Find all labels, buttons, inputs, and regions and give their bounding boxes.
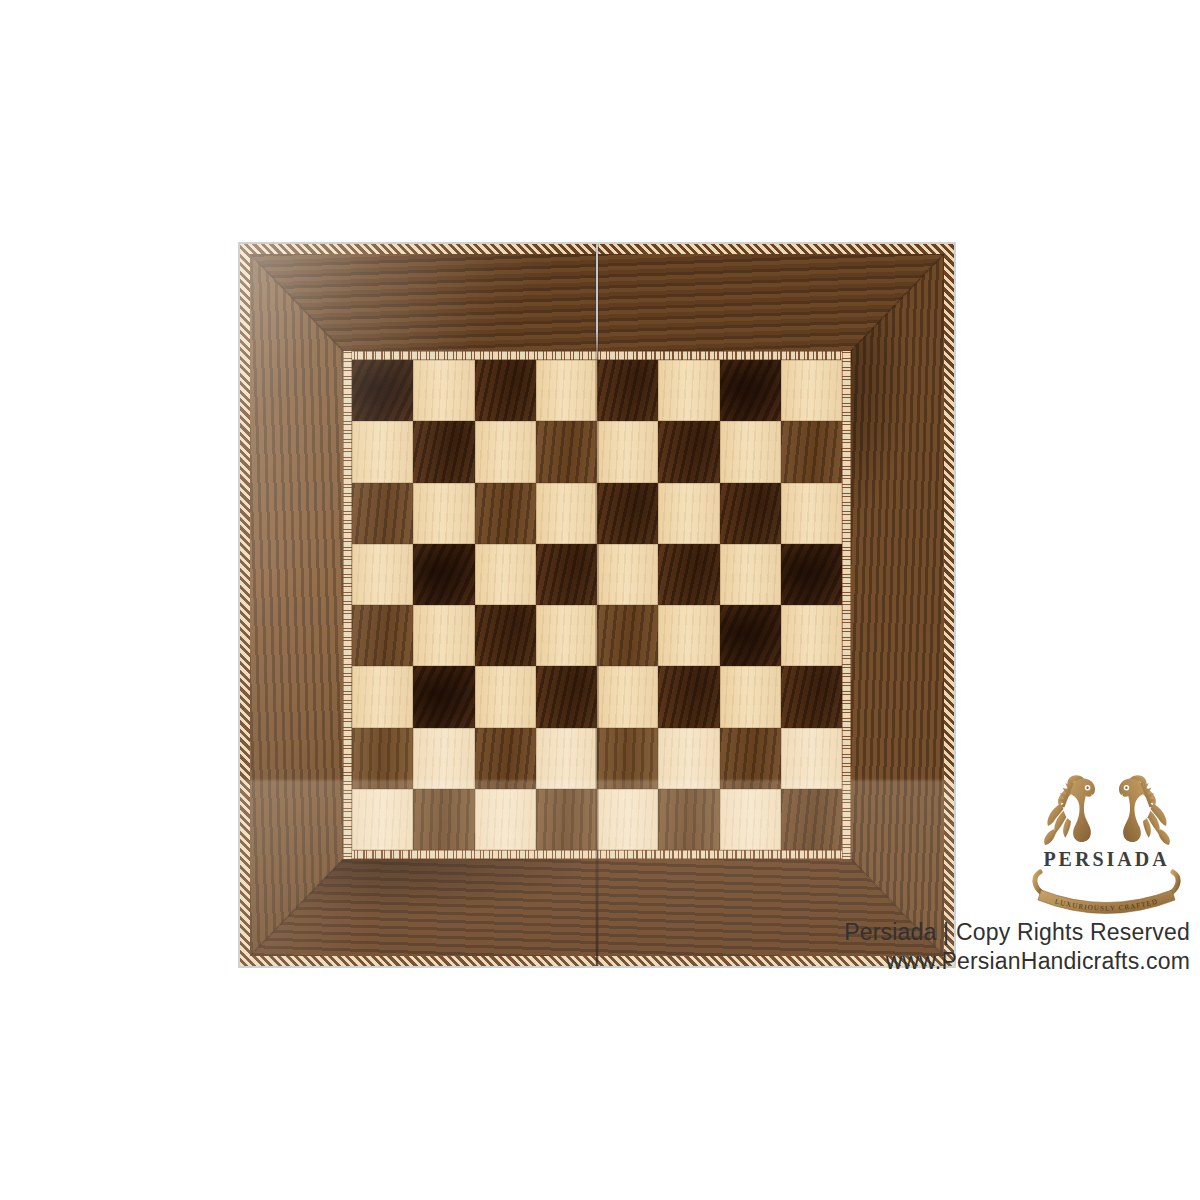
square-e8	[597, 360, 658, 421]
logo-ribbon: LUXURIOUSLY CRAFTED	[1028, 869, 1185, 919]
square-f6	[658, 483, 719, 544]
square-g7	[720, 421, 781, 482]
square-a5	[352, 544, 413, 605]
square-h7	[781, 421, 842, 482]
logo-title: PERSIADA	[1028, 848, 1185, 871]
double-griffin-icon	[1042, 772, 1172, 846]
square-b4	[413, 605, 474, 666]
square-b5	[413, 544, 474, 605]
square-e2	[597, 728, 658, 789]
square-f5	[658, 544, 719, 605]
square-d7	[536, 421, 597, 482]
square-g4	[720, 605, 781, 666]
square-e1	[597, 789, 658, 850]
square-d8	[536, 360, 597, 421]
square-d2	[536, 728, 597, 789]
square-c1	[475, 789, 536, 850]
square-g5	[720, 544, 781, 605]
chess-board	[240, 244, 954, 966]
square-g1	[720, 789, 781, 850]
square-f4	[658, 605, 719, 666]
square-h8	[781, 360, 842, 421]
product-photo: PERSIADA LUXURIOUSLY CRAFTED Persiada | …	[0, 0, 1200, 1200]
square-f1	[658, 789, 719, 850]
square-e3	[597, 666, 658, 727]
square-b3	[413, 666, 474, 727]
square-d6	[536, 483, 597, 544]
square-e4	[597, 605, 658, 666]
square-d3	[536, 666, 597, 727]
square-d5	[536, 544, 597, 605]
square-g6	[720, 483, 781, 544]
square-h6	[781, 483, 842, 544]
square-f8	[658, 360, 719, 421]
square-b1	[413, 789, 474, 850]
square-g8	[720, 360, 781, 421]
square-b2	[413, 728, 474, 789]
square-c2	[475, 728, 536, 789]
square-a4	[352, 605, 413, 666]
fold-seam	[596, 244, 598, 966]
square-a1	[352, 789, 413, 850]
square-b7	[413, 421, 474, 482]
square-f7	[658, 421, 719, 482]
square-c8	[475, 360, 536, 421]
square-c4	[475, 605, 536, 666]
square-c7	[475, 421, 536, 482]
square-g3	[720, 666, 781, 727]
square-c5	[475, 544, 536, 605]
square-h2	[781, 728, 842, 789]
square-h3	[781, 666, 842, 727]
inner-inlay-border-right	[842, 351, 851, 859]
copyright-text: Persiada | Copy Rights Reserved www.Pers…	[844, 918, 1190, 976]
square-d1	[536, 789, 597, 850]
square-a7	[352, 421, 413, 482]
square-d4	[536, 605, 597, 666]
square-a2	[352, 728, 413, 789]
square-h5	[781, 544, 842, 605]
square-e6	[597, 483, 658, 544]
square-b6	[413, 483, 474, 544]
inner-inlay-border-left	[343, 351, 352, 859]
square-a8	[352, 360, 413, 421]
square-b8	[413, 360, 474, 421]
square-e7	[597, 421, 658, 482]
square-c6	[475, 483, 536, 544]
square-c3	[475, 666, 536, 727]
square-a3	[352, 666, 413, 727]
square-e5	[597, 544, 658, 605]
square-a6	[352, 483, 413, 544]
copyright-line1: Persiada | Copy Rights Reserved	[844, 918, 1190, 947]
square-h4	[781, 605, 842, 666]
square-f2	[658, 728, 719, 789]
square-f3	[658, 666, 719, 727]
square-h1	[781, 789, 842, 850]
copyright-line2: www.PersianHandicrafts.com	[844, 947, 1190, 976]
square-g2	[720, 728, 781, 789]
persiada-logo: PERSIADA LUXURIOUSLY CRAFTED	[1028, 772, 1185, 919]
